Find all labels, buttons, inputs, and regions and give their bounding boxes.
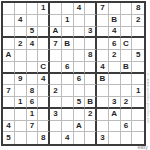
cell-r7c12-empty[interactable] xyxy=(132,74,144,86)
cell-r2c6-given[interactable]: 1 xyxy=(62,15,74,27)
cell-r12c10-empty[interactable] xyxy=(109,132,121,144)
cell-r10c10-given[interactable]: A xyxy=(109,109,121,121)
cell-r10c1-empty[interactable] xyxy=(3,109,15,121)
cell-r1c12-given[interactable]: 8 xyxy=(132,3,144,15)
cell-r2c10-given[interactable]: B xyxy=(109,15,121,27)
cell-r6c12-empty[interactable] xyxy=(132,62,144,74)
cell-r11c8-empty[interactable] xyxy=(85,121,97,133)
cell-r12c8-empty[interactable] xyxy=(85,132,97,144)
cell-r6c5-empty[interactable] xyxy=(50,62,62,74)
cell-r5c6-empty[interactable] xyxy=(62,50,74,62)
cell-r7c7-given[interactable]: 6 xyxy=(74,74,86,86)
cell-r9c12-empty[interactable] xyxy=(132,97,144,109)
cell-r3c2-empty[interactable] xyxy=(15,27,27,39)
cell-r2c1-empty[interactable] xyxy=(3,15,15,27)
cell-r7c10-empty[interactable] xyxy=(109,74,121,86)
cell-r9c1-empty[interactable] xyxy=(3,97,15,109)
cell-r1c4-given[interactable]: 1 xyxy=(38,3,50,15)
cell-r5c10-given[interactable]: 2 xyxy=(109,50,121,62)
cell-r12c3-empty[interactable] xyxy=(27,132,39,144)
cell-r12c2-empty[interactable] xyxy=(15,132,27,144)
cell-r8c11-empty[interactable] xyxy=(121,85,133,97)
cell-r5c1-given[interactable]: A xyxy=(3,50,15,62)
cell-r3c10-given[interactable]: 4 xyxy=(109,27,121,39)
cell-r1c8-empty[interactable] xyxy=(85,3,97,15)
cell-r4c7-empty[interactable] xyxy=(74,38,86,50)
cell-r8c5-given[interactable]: 2 xyxy=(50,85,62,97)
cell-r4c1-empty[interactable] xyxy=(3,38,15,50)
cell-r9c5-empty[interactable] xyxy=(50,97,62,109)
cell-r4c10-given[interactable]: 6 xyxy=(109,38,121,50)
cell-r7c8-empty[interactable] xyxy=(85,74,97,86)
cell-r11c1-given[interactable]: 4 xyxy=(3,121,15,133)
cell-r6c2-empty[interactable] xyxy=(15,62,27,74)
cell-r8c12-given[interactable]: 1 xyxy=(132,85,144,97)
cell-r6c3-empty[interactable] xyxy=(27,62,39,74)
cell-r1c2-empty[interactable] xyxy=(15,3,27,15)
cell-r7c1-empty[interactable] xyxy=(3,74,15,86)
cell-r10c11-empty[interactable] xyxy=(121,109,133,121)
cell-r3c1-empty[interactable] xyxy=(3,27,15,39)
cell-r8c10-empty[interactable] xyxy=(109,85,121,97)
cell-r9c4-empty[interactable] xyxy=(38,97,50,109)
cell-r5c11-empty[interactable] xyxy=(121,50,133,62)
cell-r12c4-given[interactable]: 8 xyxy=(38,132,50,144)
cell-r3c9-empty[interactable] xyxy=(97,27,109,39)
cell-r4c4-empty[interactable] xyxy=(38,38,50,50)
cell-r7c9-given[interactable]: B xyxy=(97,74,109,86)
cell-r1c9-given[interactable]: 7 xyxy=(97,3,109,15)
cell-r5c4-empty[interactable] xyxy=(38,50,50,62)
cell-r12c5-empty[interactable] xyxy=(50,132,62,144)
cell-r11c11-given[interactable]: 6 xyxy=(121,121,133,133)
cell-r6c6-given[interactable]: 6 xyxy=(62,62,74,74)
cell-r10c3-given[interactable]: 1 xyxy=(27,109,39,121)
cell-r2c11-empty[interactable] xyxy=(121,15,133,27)
cell-r9c6-empty[interactable] xyxy=(62,97,74,109)
cell-r8c2-empty[interactable] xyxy=(15,85,27,97)
cell-r8c4-empty[interactable] xyxy=(38,85,50,97)
cell-r3c3-given[interactable]: 5 xyxy=(27,27,39,39)
sudoku-board: 147841B25A34247B6CA825C64B946B7821165B32… xyxy=(1,1,146,146)
cell-r6c11-given[interactable]: B xyxy=(121,62,133,74)
cell-r2c7-empty[interactable] xyxy=(74,15,86,27)
cell-r9c11-given[interactable]: 2 xyxy=(121,97,133,109)
cell-r2c4-empty[interactable] xyxy=(38,15,50,27)
cell-r2c5-empty[interactable] xyxy=(50,15,62,27)
cell-r11c9-empty[interactable] xyxy=(97,121,109,133)
cell-r5c7-empty[interactable] xyxy=(74,50,86,62)
cell-r4c12-empty[interactable] xyxy=(132,38,144,50)
cell-r1c11-empty[interactable] xyxy=(121,3,133,15)
cell-r2c8-empty[interactable] xyxy=(85,15,97,27)
cell-r9c8-given[interactable]: B xyxy=(85,97,97,109)
cell-r6c8-empty[interactable] xyxy=(85,62,97,74)
cell-r9c10-given[interactable]: 3 xyxy=(109,97,121,109)
cell-r3c4-empty[interactable] xyxy=(38,27,50,39)
copyright-sidetext: © www.sudoku-puzzles.net xyxy=(146,73,150,124)
cell-r12c11-empty[interactable] xyxy=(121,132,133,144)
cell-r8c1-given[interactable]: 7 xyxy=(3,85,15,97)
cell-r11c6-empty[interactable] xyxy=(62,121,74,133)
cell-r2c3-empty[interactable] xyxy=(27,15,39,27)
cell-r8c6-empty[interactable] xyxy=(62,85,74,97)
cell-r6c4-given[interactable]: C xyxy=(38,62,50,74)
cell-r5c8-given[interactable]: 8 xyxy=(85,50,97,62)
difficulty-label: easy xyxy=(137,144,148,150)
cell-r1c3-empty[interactable] xyxy=(27,3,39,15)
cell-r8c3-given[interactable]: 8 xyxy=(27,85,39,97)
cell-r12c9-given[interactable]: 3 xyxy=(97,132,109,144)
cell-r7c4-given[interactable]: 4 xyxy=(38,74,50,86)
cell-r6c7-empty[interactable] xyxy=(74,62,86,74)
cell-r1c6-empty[interactable] xyxy=(62,3,74,15)
cell-r12c1-given[interactable]: 5 xyxy=(3,132,15,144)
cell-r7c2-given[interactable]: 9 xyxy=(15,74,27,86)
cell-r10c4-empty[interactable] xyxy=(38,109,50,121)
cell-r7c5-empty[interactable] xyxy=(50,74,62,86)
cell-r3c8-given[interactable]: 3 xyxy=(85,27,97,39)
cell-r10c6-empty[interactable] xyxy=(62,109,74,121)
cell-r4c9-empty[interactable] xyxy=(97,38,109,50)
cell-r10c2-empty[interactable] xyxy=(15,109,27,121)
cell-r4c11-given[interactable]: C xyxy=(121,38,133,50)
cell-r3c12-empty[interactable] xyxy=(132,27,144,39)
cell-r3c6-empty[interactable] xyxy=(62,27,74,39)
cell-r11c10-empty[interactable] xyxy=(109,121,121,133)
cell-r11c3-given[interactable]: 7 xyxy=(27,121,39,133)
cell-r11c2-empty[interactable] xyxy=(15,121,27,133)
cell-r12c12-empty[interactable] xyxy=(132,132,144,144)
cell-r5c3-empty[interactable] xyxy=(27,50,39,62)
cell-r9c7-given[interactable]: 5 xyxy=(74,97,86,109)
cell-r10c8-given[interactable]: 2 xyxy=(85,109,97,121)
cell-r9c2-given[interactable]: 1 xyxy=(15,97,27,109)
cell-r2c2-given[interactable]: 4 xyxy=(15,15,27,27)
cell-r4c3-given[interactable]: 4 xyxy=(27,38,39,50)
cell-r7c11-empty[interactable] xyxy=(121,74,133,86)
cell-r6c10-empty[interactable] xyxy=(109,62,121,74)
cell-r5c12-given[interactable]: 5 xyxy=(132,50,144,62)
cell-r9c3-given[interactable]: 6 xyxy=(27,97,39,109)
cell-r1c7-given[interactable]: 4 xyxy=(74,3,86,15)
cell-r2c9-empty[interactable] xyxy=(97,15,109,27)
cell-r5c2-empty[interactable] xyxy=(15,50,27,62)
cell-r8c7-empty[interactable] xyxy=(74,85,86,97)
cell-r11c12-empty[interactable] xyxy=(132,121,144,133)
cell-r1c5-empty[interactable] xyxy=(50,3,62,15)
cell-r4c2-given[interactable]: 2 xyxy=(15,38,27,50)
cell-r3c11-empty[interactable] xyxy=(121,27,133,39)
cell-r9c9-empty[interactable] xyxy=(97,97,109,109)
cell-r4c8-empty[interactable] xyxy=(85,38,97,50)
cell-r8c8-empty[interactable] xyxy=(85,85,97,97)
cell-r10c7-empty[interactable] xyxy=(74,109,86,121)
cell-r3c7-empty[interactable] xyxy=(74,27,86,39)
cell-r12c6-given[interactable]: 4 xyxy=(62,132,74,144)
cell-r10c9-empty[interactable] xyxy=(97,109,109,121)
cell-r1c10-empty[interactable] xyxy=(109,3,121,15)
cell-r12c7-empty[interactable] xyxy=(74,132,86,144)
cell-r8c9-empty[interactable] xyxy=(97,85,109,97)
cell-r10c5-given[interactable]: 3 xyxy=(50,109,62,121)
cell-r2c12-given[interactable]: 2 xyxy=(132,15,144,27)
cell-r11c4-empty[interactable] xyxy=(38,121,50,133)
cell-r5c5-empty[interactable] xyxy=(50,50,62,62)
cell-r7c6-empty[interactable] xyxy=(62,74,74,86)
cell-r3c5-given[interactable]: A xyxy=(50,27,62,39)
cell-r4c6-given[interactable]: B xyxy=(62,38,74,50)
cell-r10c12-empty[interactable] xyxy=(132,109,144,121)
cell-r4c5-given[interactable]: 7 xyxy=(50,38,62,50)
cell-r5c9-empty[interactable] xyxy=(97,50,109,62)
cell-r11c5-empty[interactable] xyxy=(50,121,62,133)
cell-r1c1-empty[interactable] xyxy=(3,3,15,15)
cell-r6c1-empty[interactable] xyxy=(3,62,15,74)
cell-r6c9-given[interactable]: 4 xyxy=(97,62,109,74)
cell-r11c7-given[interactable]: A xyxy=(74,121,86,133)
cell-r7c3-empty[interactable] xyxy=(27,74,39,86)
